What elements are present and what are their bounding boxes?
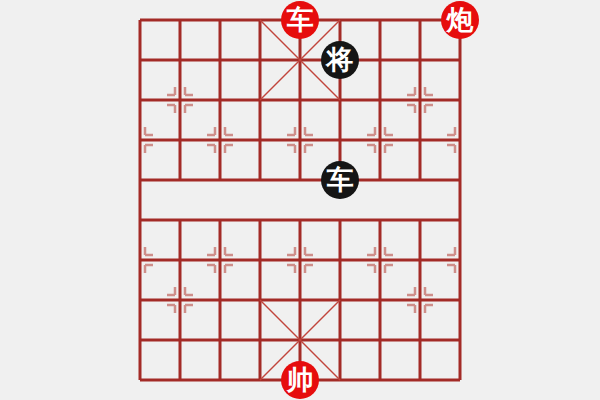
xiangqi-app-stage: 车炮将车帅 [0, 0, 600, 400]
piece-black-general[interactable]: 将 [321, 41, 359, 79]
piece-red-cannon[interactable]: 炮 [441, 1, 479, 39]
piece-black-chariot[interactable]: 车 [321, 161, 359, 199]
board-pieces: 车炮将车帅 [140, 20, 460, 380]
xiangqi-board: 车炮将车帅 [140, 20, 460, 380]
piece-red-general[interactable]: 帅 [281, 361, 319, 399]
piece-red-chariot[interactable]: 车 [281, 1, 319, 39]
